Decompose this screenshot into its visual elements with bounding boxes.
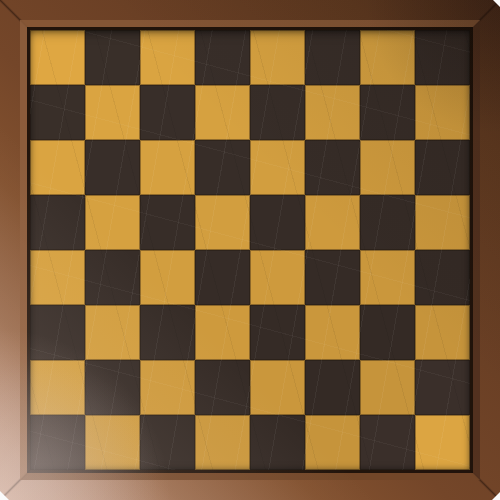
square-f2[interactable] bbox=[305, 360, 360, 415]
square-c2[interactable] bbox=[140, 360, 195, 415]
square-e8[interactable] bbox=[250, 30, 305, 85]
square-g2[interactable] bbox=[360, 360, 415, 415]
square-c3[interactable] bbox=[140, 305, 195, 360]
square-d4[interactable] bbox=[195, 250, 250, 305]
square-h5[interactable] bbox=[415, 195, 470, 250]
square-c4[interactable] bbox=[140, 250, 195, 305]
square-d1[interactable] bbox=[195, 415, 250, 470]
square-b8[interactable] bbox=[85, 30, 140, 85]
square-c8[interactable] bbox=[140, 30, 195, 85]
square-d7[interactable] bbox=[195, 85, 250, 140]
square-a1[interactable] bbox=[30, 415, 85, 470]
square-h8[interactable] bbox=[415, 30, 470, 85]
square-g6[interactable] bbox=[360, 140, 415, 195]
square-h3[interactable] bbox=[415, 305, 470, 360]
square-e5[interactable] bbox=[250, 195, 305, 250]
square-a8[interactable] bbox=[30, 30, 85, 85]
square-c6[interactable] bbox=[140, 140, 195, 195]
square-f6[interactable] bbox=[305, 140, 360, 195]
square-g5[interactable] bbox=[360, 195, 415, 250]
square-g4[interactable] bbox=[360, 250, 415, 305]
square-c5[interactable] bbox=[140, 195, 195, 250]
square-h7[interactable] bbox=[415, 85, 470, 140]
square-h1[interactable] bbox=[415, 415, 470, 470]
square-e3[interactable] bbox=[250, 305, 305, 360]
square-f3[interactable] bbox=[305, 305, 360, 360]
square-f8[interactable] bbox=[305, 30, 360, 85]
square-d2[interactable] bbox=[195, 360, 250, 415]
square-a4[interactable] bbox=[30, 250, 85, 305]
square-e4[interactable] bbox=[250, 250, 305, 305]
square-b5[interactable] bbox=[85, 195, 140, 250]
square-g7[interactable] bbox=[360, 85, 415, 140]
square-f5[interactable] bbox=[305, 195, 360, 250]
square-a7[interactable] bbox=[30, 85, 85, 140]
square-b1[interactable] bbox=[85, 415, 140, 470]
square-d6[interactable] bbox=[195, 140, 250, 195]
square-e2[interactable] bbox=[250, 360, 305, 415]
square-c7[interactable] bbox=[140, 85, 195, 140]
board-photo bbox=[0, 0, 500, 500]
square-f4[interactable] bbox=[305, 250, 360, 305]
square-d3[interactable] bbox=[195, 305, 250, 360]
square-a5[interactable] bbox=[30, 195, 85, 250]
square-d8[interactable] bbox=[195, 30, 250, 85]
square-d5[interactable] bbox=[195, 195, 250, 250]
square-b3[interactable] bbox=[85, 305, 140, 360]
square-a3[interactable] bbox=[30, 305, 85, 360]
square-h2[interactable] bbox=[415, 360, 470, 415]
square-g1[interactable] bbox=[360, 415, 415, 470]
chessboard bbox=[30, 30, 470, 470]
square-e1[interactable] bbox=[250, 415, 305, 470]
square-e7[interactable] bbox=[250, 85, 305, 140]
square-b4[interactable] bbox=[85, 250, 140, 305]
square-f1[interactable] bbox=[305, 415, 360, 470]
square-a6[interactable] bbox=[30, 140, 85, 195]
square-g3[interactable] bbox=[360, 305, 415, 360]
square-h6[interactable] bbox=[415, 140, 470, 195]
square-e6[interactable] bbox=[250, 140, 305, 195]
square-h4[interactable] bbox=[415, 250, 470, 305]
square-b7[interactable] bbox=[85, 85, 140, 140]
square-a2[interactable] bbox=[30, 360, 85, 415]
square-b2[interactable] bbox=[85, 360, 140, 415]
square-f7[interactable] bbox=[305, 85, 360, 140]
square-b6[interactable] bbox=[85, 140, 140, 195]
square-c1[interactable] bbox=[140, 415, 195, 470]
square-g8[interactable] bbox=[360, 30, 415, 85]
